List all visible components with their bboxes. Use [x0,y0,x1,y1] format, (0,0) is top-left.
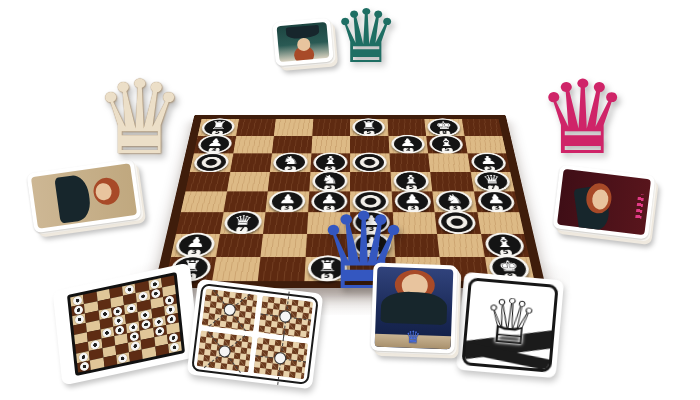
chip-knight-g4[interactable]: ♞3 [435,190,474,212]
square-b2[interactable] [216,234,263,257]
poster-queen-glyph: ♛ [405,329,421,347]
chip-piece-glyph: ♞ [321,174,339,186]
diagram-square [168,341,182,353]
chip-value: 3 [285,166,296,171]
card-artwork [557,169,651,235]
square-g4[interactable]: ♞3 [432,191,477,212]
chip-piece-glyph: ♛ [482,174,502,186]
diagram-square [142,347,156,359]
chip-bishop-h2[interactable]: ♝5 [483,233,526,258]
chip-pawn-h6[interactable]: ♟3 [470,152,508,172]
square-h6[interactable]: ♟3 [467,153,510,172]
chip-piece-glyph: ♝ [401,174,420,186]
chip-piece-glyph: ♞ [444,193,464,206]
chip-rook-a8[interactable]: ♜5 [200,118,236,136]
diagram-square [90,358,104,370]
chip-value: 7 [236,227,248,233]
card-face: ♛ [370,263,457,354]
chip-king-g8[interactable]: ♚8 [427,118,462,136]
movement-diagram-diagonal2 [197,330,253,373]
chip-bishop-d6[interactable]: ♝5 [313,152,348,172]
sketch-queen-glyph: ♕ [480,288,541,355]
chip-bishop-g7[interactable]: ♝5 [429,135,465,154]
square-a8[interactable]: ♜5 [198,119,239,136]
chip-piece-glyph: ♟ [278,193,297,206]
diagram-dot [170,342,180,352]
square-h3[interactable] [477,212,524,234]
square-b6[interactable] [230,153,272,172]
square-e8[interactable]: ♜5 [350,119,388,136]
square-b7[interactable] [233,136,274,154]
diagram-square [103,355,117,367]
diagram-square [116,352,130,364]
movement-diagrams [197,289,314,380]
square-a5[interactable] [185,172,229,192]
chip-pawn-a2[interactable]: ♟3 [174,233,217,258]
chip-piece-glyph: ♟ [485,193,506,206]
figure-face [296,38,310,51]
square-c3[interactable] [263,212,308,234]
queen-piece-cream[interactable]: ♛ [94,70,185,167]
diagram-square [129,349,143,361]
square-a4[interactable] [181,191,227,212]
diagram-dot [79,361,89,371]
square-g8[interactable]: ♚8 [424,119,464,136]
chip-bishop-f5[interactable]: ♝5 [393,171,430,192]
chip-ring-e6[interactable] [353,152,388,172]
chip-queen-b3[interactable]: ♛7 [223,211,263,234]
card-artwork: ♛ [375,267,454,350]
square-e7[interactable] [350,136,389,154]
chip-piece-glyph: ♟ [185,236,207,250]
figure-body [54,174,92,224]
setup-diagram-board [67,272,185,376]
square-a2[interactable]: ♟3 [171,234,220,257]
chip-pawn-a7[interactable]: ♟3 [197,135,234,154]
square-g2[interactable] [437,234,484,257]
square-g3[interactable] [435,212,481,234]
square-f5[interactable]: ♝5 [390,172,432,192]
chip-piece-glyph: ♛ [233,214,254,227]
square-b5[interactable] [227,172,270,192]
square-c6[interactable]: ♞3 [270,153,311,172]
chip-value: 5 [364,131,374,135]
square-a6[interactable] [190,153,233,172]
chip-piece-glyph: ♝ [493,236,515,250]
chip-value: 3 [403,148,414,153]
square-d6[interactable]: ♝5 [310,153,350,172]
chip-value: 3 [281,206,293,212]
diagram-square [155,344,169,356]
chip-piece-glyph: ♞ [282,155,300,166]
queen-piece-teal[interactable]: ♛ [333,1,399,71]
square-c7[interactable] [272,136,312,154]
square-d8[interactable] [312,119,350,136]
square-g7[interactable]: ♝5 [426,136,467,154]
chip-knight-d5[interactable]: ♞3 [312,171,347,192]
square-h4[interactable]: ♟3 [473,191,519,212]
square-c1[interactable] [258,257,305,281]
square-d5[interactable]: ♞3 [309,172,350,192]
square-b4[interactable] [223,191,268,212]
chip-ring-g3[interactable] [437,211,477,234]
square-f8[interactable] [387,119,426,136]
movement-diagram-diagonal [202,289,258,332]
chip-piece-glyph: ♟ [478,155,498,166]
square-a3[interactable] [176,212,223,234]
square-h8[interactable] [461,119,502,136]
square-f7[interactable]: ♟3 [388,136,428,154]
sketch-frame: ♕ [461,277,558,373]
square-g6[interactable] [428,153,470,172]
diagram-dot [118,353,128,363]
square-b8[interactable] [236,119,276,136]
movement-diagram-cross2 [253,337,309,380]
square-g5[interactable] [430,172,473,192]
square-e5[interactable] [350,172,391,192]
square-b3[interactable]: ♛7 [220,212,266,234]
chip-queen-h5[interactable]: ♛7 [473,171,512,192]
square-c5[interactable] [268,172,310,192]
chip-piece-glyph: ♚ [497,259,520,274]
movement-diagram-cross [258,296,314,339]
chip-knight-c6[interactable]: ♞3 [273,152,309,172]
square-f6[interactable] [389,153,430,172]
card-deck-bottom[interactable]: ♛ [370,263,457,354]
queen-sketch-card[interactable]: ♕ [456,272,564,378]
chip-pawn-f7[interactable]: ♟3 [391,135,426,154]
square-c4[interactable]: ♟3 [265,191,308,212]
chip-ring-a6[interactable] [192,152,230,172]
chip-piece-glyph: ♝ [321,155,339,166]
chip-rook-e8[interactable]: ♜5 [353,118,386,136]
square-h2[interactable]: ♝5 [480,234,529,257]
chip-value: 5 [442,148,453,153]
square-a7[interactable]: ♟3 [194,136,236,154]
queen-piece-pink[interactable]: ♛ [537,70,628,167]
diagram-square [77,360,91,372]
square-h5[interactable]: ♛7 [470,172,514,192]
movement-reference-card[interactable] [187,279,324,390]
setup-diagram-card[interactable] [53,262,200,385]
card-deck-top[interactable] [272,18,334,67]
square-b1[interactable] [212,257,261,281]
square-c8[interactable] [274,119,313,136]
square-c2[interactable] [260,234,306,257]
chip-pawn-c4[interactable]: ♟3 [268,190,306,212]
square-e6[interactable] [350,153,390,172]
card-face [272,18,334,67]
product-photo: ♜5♜5♚8♟3♟3♝5♞3♝5♟3♞3♝5♛7♟3♟3♟3♞3♟3♛7♟3♟3… [0,0,700,400]
card-artwork [277,22,330,62]
card-side-text-mark [636,194,644,219]
square-d7[interactable] [311,136,350,154]
chip-value: 3 [491,206,503,212]
chip-pawn-h4[interactable]: ♟3 [476,190,516,212]
figure-body [381,291,447,325]
square-h7[interactable] [464,136,506,154]
